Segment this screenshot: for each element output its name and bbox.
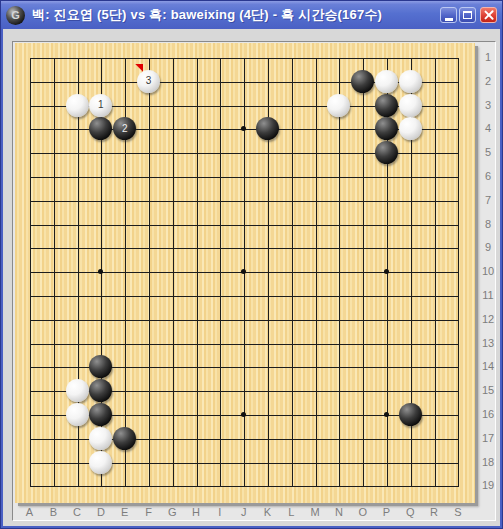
game-window: G 백: 진요엽 (5단) vs 흑: baweixing (4단) - 흑 시… (0, 0, 503, 529)
window-title: 백: 진요엽 (5단) vs 흑: baweixing (4단) - 흑 시간승… (32, 6, 382, 24)
row-label: 1 (478, 51, 498, 64)
white-stone (399, 94, 422, 117)
column-label: Q (400, 506, 420, 519)
app-logo-icon: G (6, 6, 25, 25)
white-stone (89, 451, 112, 474)
row-label: 18 (478, 456, 498, 469)
column-label: J (234, 506, 254, 519)
row-label: 2 (478, 75, 498, 88)
close-button[interactable] (480, 7, 497, 23)
row-label: 5 (478, 146, 498, 159)
column-label: G (162, 506, 182, 519)
row-label: 9 (478, 241, 498, 254)
white-stone (375, 70, 398, 93)
column-label: C (67, 506, 87, 519)
white-stone (89, 427, 112, 450)
white-stone (66, 94, 89, 117)
white-stone (399, 70, 422, 93)
column-label: P (377, 506, 397, 519)
column-label: N (329, 506, 349, 519)
black-stone (399, 403, 422, 426)
black-stone (89, 403, 112, 426)
window-controls (440, 7, 497, 23)
client-area: 213 12345678910111213141516171819 ABCDEF… (3, 29, 500, 526)
column-label: R (424, 506, 444, 519)
move-number: 1 (98, 100, 104, 110)
row-label: 11 (478, 289, 498, 302)
column-label: L (281, 506, 301, 519)
row-label: 19 (478, 479, 498, 492)
column-label: M (305, 506, 325, 519)
white-stone: 3 (137, 70, 160, 93)
column-label: E (115, 506, 135, 519)
column-label: D (91, 506, 111, 519)
column-label: O (353, 506, 373, 519)
column-label: K (258, 506, 278, 519)
row-label: 12 (478, 313, 498, 326)
white-stone: 1 (89, 94, 112, 117)
row-label: 8 (478, 218, 498, 231)
row-label: 3 (478, 99, 498, 112)
column-label: I (210, 506, 230, 519)
column-label: F (139, 506, 159, 519)
column-label: A (20, 506, 40, 519)
column-label: B (43, 506, 63, 519)
stones-layer: 213 (18, 46, 470, 498)
close-icon (484, 10, 494, 20)
black-stone (256, 117, 279, 140)
row-label: 13 (478, 337, 498, 350)
app-logo-letter: G (11, 10, 20, 21)
row-label: 6 (478, 170, 498, 183)
titlebar[interactable]: G 백: 진요엽 (5단) vs 흑: baweixing (4단) - 흑 시… (1, 1, 502, 29)
row-label: 7 (478, 194, 498, 207)
column-label: S (448, 506, 468, 519)
black-stone: 2 (113, 117, 136, 140)
minimize-icon (445, 18, 453, 21)
black-stone (89, 117, 112, 140)
white-stone (66, 403, 89, 426)
black-stone (375, 117, 398, 140)
maximize-icon (463, 11, 472, 19)
black-stone (89, 379, 112, 402)
row-label: 16 (478, 408, 498, 421)
minimize-button[interactable] (440, 7, 457, 23)
move-number: 2 (122, 124, 128, 134)
row-label: 4 (478, 122, 498, 135)
black-stone (375, 94, 398, 117)
row-label: 15 (478, 384, 498, 397)
white-stone (399, 117, 422, 140)
white-stone (66, 379, 89, 402)
last-move-marker-icon (135, 64, 143, 72)
black-stone (375, 141, 398, 164)
row-label: 14 (478, 360, 498, 373)
black-stone (351, 70, 374, 93)
move-number: 3 (146, 76, 152, 86)
black-stone (113, 427, 136, 450)
row-label: 17 (478, 432, 498, 445)
maximize-button[interactable] (459, 7, 476, 23)
goban[interactable]: 213 (15, 43, 475, 503)
white-stone (327, 94, 350, 117)
row-label: 10 (478, 265, 498, 278)
black-stone (89, 355, 112, 378)
column-label: H (186, 506, 206, 519)
